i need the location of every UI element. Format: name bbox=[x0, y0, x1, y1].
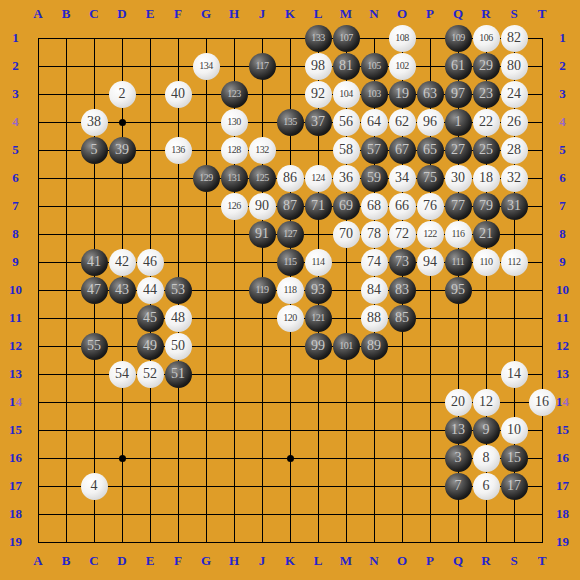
stone-white-44-E10: 44 bbox=[137, 277, 164, 304]
stone-black-73-O9: 73 bbox=[389, 249, 416, 276]
stone-black-45-E11: 45 bbox=[137, 305, 164, 332]
col-label-top-D: D bbox=[108, 2, 136, 26]
stone-white-94-P9: 94 bbox=[417, 249, 444, 276]
stone-black-125-J6: 125 bbox=[249, 165, 276, 192]
col-label-top-F: F bbox=[164, 2, 192, 26]
stone-black-109-Q1: 109 bbox=[445, 25, 472, 52]
stone-white-28-S5: 28 bbox=[501, 137, 528, 164]
stone-black-85-O11: 85 bbox=[389, 305, 416, 332]
col-label-top-J: J bbox=[248, 2, 276, 26]
stone-white-118-K10: 118 bbox=[277, 277, 304, 304]
stone-white-84-N10: 84 bbox=[361, 277, 388, 304]
stone-black-119-J10: 119 bbox=[249, 277, 276, 304]
stone-black-39-D5: 39 bbox=[109, 137, 136, 164]
stone-white-24-S3: 24 bbox=[501, 81, 528, 108]
stone-white-64-N4: 64 bbox=[361, 109, 388, 136]
stone-black-117-J2: 117 bbox=[249, 53, 276, 80]
col-label-top-Q: Q bbox=[444, 2, 472, 26]
stone-black-43-D10: 43 bbox=[109, 277, 136, 304]
stone-black-31-S7: 31 bbox=[501, 193, 528, 220]
stone-black-133-L1: 133 bbox=[305, 25, 332, 52]
stone-white-122-P8: 122 bbox=[417, 221, 444, 248]
stone-white-2-D3: 2 bbox=[109, 81, 136, 108]
col-label-top-S: S bbox=[500, 2, 528, 26]
col-label-top-E: E bbox=[136, 2, 164, 26]
stone-white-6-R17: 6 bbox=[473, 473, 500, 500]
stone-white-40-F3: 40 bbox=[165, 81, 192, 108]
stone-white-34-O6: 34 bbox=[389, 165, 416, 192]
stone-black-7-Q17: 7 bbox=[445, 473, 472, 500]
stone-white-114-L9: 114 bbox=[305, 249, 332, 276]
stone-white-132-J5: 132 bbox=[249, 137, 276, 164]
stone-white-72-O8: 72 bbox=[389, 221, 416, 248]
col-label-top-N: N bbox=[360, 2, 388, 26]
stone-black-37-L4: 37 bbox=[305, 109, 332, 136]
stone-white-88-N11: 88 bbox=[361, 305, 388, 332]
stone-white-4-C17: 4 bbox=[81, 473, 108, 500]
stone-white-50-F12: 50 bbox=[165, 333, 192, 360]
stone-black-9-R15: 9 bbox=[473, 417, 500, 444]
stone-white-82-S1: 82 bbox=[501, 25, 528, 52]
stone-black-47-C10: 47 bbox=[81, 277, 108, 304]
stone-black-75-P6: 75 bbox=[417, 165, 444, 192]
stone-white-98-L2: 98 bbox=[305, 53, 332, 80]
stone-white-70-M8: 70 bbox=[333, 221, 360, 248]
stone-black-67-O5: 67 bbox=[389, 137, 416, 164]
stone-black-131-H6: 131 bbox=[221, 165, 248, 192]
stone-white-116-Q8: 116 bbox=[445, 221, 472, 248]
stone-black-55-C12: 55 bbox=[81, 333, 108, 360]
stone-black-25-R5: 25 bbox=[473, 137, 500, 164]
stone-black-121-L11: 121 bbox=[305, 305, 332, 332]
stone-black-123-H3: 123 bbox=[221, 81, 248, 108]
stone-black-29-R2: 29 bbox=[473, 53, 500, 80]
stone-white-74-N9: 74 bbox=[361, 249, 388, 276]
stone-white-30-Q6: 30 bbox=[445, 165, 472, 192]
stone-black-21-R8: 21 bbox=[473, 221, 500, 248]
stone-black-23-R3: 23 bbox=[473, 81, 500, 108]
stone-black-61-Q2: 61 bbox=[445, 53, 472, 80]
star-point-K16 bbox=[287, 455, 294, 462]
stone-white-134-G2: 134 bbox=[193, 53, 220, 80]
stone-white-56-M4: 56 bbox=[333, 109, 360, 136]
stone-black-69-M7: 69 bbox=[333, 193, 360, 220]
stone-white-130-H4: 130 bbox=[221, 109, 248, 136]
stone-white-86-K6: 86 bbox=[277, 165, 304, 192]
stone-white-54-D13: 54 bbox=[109, 361, 136, 388]
stone-black-87-K7: 87 bbox=[277, 193, 304, 220]
stone-white-62-O4: 62 bbox=[389, 109, 416, 136]
stone-black-65-P5: 65 bbox=[417, 137, 444, 164]
stone-white-68-N7: 68 bbox=[361, 193, 388, 220]
stone-white-102-O2: 102 bbox=[389, 53, 416, 80]
stone-white-58-M5: 58 bbox=[333, 137, 360, 164]
stone-black-97-Q3: 97 bbox=[445, 81, 472, 108]
stone-white-38-C4: 38 bbox=[81, 109, 108, 136]
stone-black-93-L10: 93 bbox=[305, 277, 332, 304]
stone-white-124-L6: 124 bbox=[305, 165, 332, 192]
stone-black-129-G6: 129 bbox=[193, 165, 220, 192]
stone-white-46-E9: 46 bbox=[137, 249, 164, 276]
stone-black-53-F10: 53 bbox=[165, 277, 192, 304]
stone-white-110-R9: 110 bbox=[473, 249, 500, 276]
stone-black-15-S16: 15 bbox=[501, 445, 528, 472]
stone-white-18-R6: 18 bbox=[473, 165, 500, 192]
stone-white-80-S2: 80 bbox=[501, 53, 528, 80]
stone-white-126-H7: 126 bbox=[221, 193, 248, 220]
stone-white-92-L3: 92 bbox=[305, 81, 332, 108]
col-label-top-A: A bbox=[24, 2, 52, 26]
stone-black-63-P3: 63 bbox=[417, 81, 444, 108]
stone-white-108-O1: 108 bbox=[389, 25, 416, 52]
stone-white-112-S9: 112 bbox=[501, 249, 528, 276]
stone-white-42-D9: 42 bbox=[109, 249, 136, 276]
top-column-labels: ABCDEFGHJKLMNOPQRST bbox=[24, 2, 556, 26]
stone-black-57-N5: 57 bbox=[361, 137, 388, 164]
stone-white-16-T14: 16 bbox=[529, 389, 556, 416]
stone-black-19-O3: 19 bbox=[389, 81, 416, 108]
stone-white-14-S13: 14 bbox=[501, 361, 528, 388]
stone-white-96-P4: 96 bbox=[417, 109, 444, 136]
col-label-top-H: H bbox=[220, 2, 248, 26]
go-kifu-screenshot: ABCDEFGHJKLMNOPQRST ABCDEFGHJKLMNOPQRST … bbox=[0, 0, 580, 580]
stone-black-99-L12: 99 bbox=[305, 333, 332, 360]
stone-white-76-P7: 76 bbox=[417, 193, 444, 220]
stone-black-89-N12: 89 bbox=[361, 333, 388, 360]
stone-white-36-M6: 36 bbox=[333, 165, 360, 192]
col-label-top-M: M bbox=[332, 2, 360, 26]
col-label-top-G: G bbox=[192, 2, 220, 26]
stone-black-51-F13: 51 bbox=[165, 361, 192, 388]
stone-white-90-J7: 90 bbox=[249, 193, 276, 220]
stone-black-111-Q9: 111 bbox=[445, 249, 472, 276]
col-label-top-L: L bbox=[304, 2, 332, 26]
stone-black-127-K8: 127 bbox=[277, 221, 304, 248]
stone-black-1-Q4: 1 bbox=[445, 109, 472, 136]
stone-white-10-S15: 10 bbox=[501, 417, 528, 444]
col-label-top-B: B bbox=[52, 2, 80, 26]
stone-black-17-S17: 17 bbox=[501, 473, 528, 500]
col-label-top-C: C bbox=[80, 2, 108, 26]
stone-black-77-Q7: 77 bbox=[445, 193, 472, 220]
stone-white-136-F5: 136 bbox=[165, 137, 192, 164]
go-board[interactable]: 1234567891012131415161718192021222324252… bbox=[24, 24, 556, 556]
stone-white-26-S4: 26 bbox=[501, 109, 528, 136]
stone-white-52-E13: 52 bbox=[137, 361, 164, 388]
stone-white-20-Q14: 20 bbox=[445, 389, 472, 416]
stone-black-49-E12: 49 bbox=[137, 333, 164, 360]
stone-white-120-K11: 120 bbox=[277, 305, 304, 332]
stone-white-48-F11: 48 bbox=[165, 305, 192, 332]
stone-black-41-C9: 41 bbox=[81, 249, 108, 276]
stone-white-106-R1: 106 bbox=[473, 25, 500, 52]
stone-black-5-C5: 5 bbox=[81, 137, 108, 164]
stone-black-79-R7: 79 bbox=[473, 193, 500, 220]
stone-black-3-Q16: 3 bbox=[445, 445, 472, 472]
stone-white-22-R4: 22 bbox=[473, 109, 500, 136]
col-label-top-P: P bbox=[416, 2, 444, 26]
stone-black-107-M1: 107 bbox=[333, 25, 360, 52]
stone-white-128-H5: 128 bbox=[221, 137, 248, 164]
stone-black-13-Q15: 13 bbox=[445, 417, 472, 444]
col-label-top-K: K bbox=[276, 2, 304, 26]
stone-black-59-N6: 59 bbox=[361, 165, 388, 192]
stone-black-135-K4: 135 bbox=[277, 109, 304, 136]
stone-black-81-M2: 81 bbox=[333, 53, 360, 80]
col-label-top-R: R bbox=[472, 2, 500, 26]
stone-white-12-R14: 12 bbox=[473, 389, 500, 416]
col-label-top-T: T bbox=[528, 2, 556, 26]
col-label-top-O: O bbox=[388, 2, 416, 26]
stone-black-95-Q10: 95 bbox=[445, 277, 472, 304]
stone-black-71-L7: 71 bbox=[305, 193, 332, 220]
stone-black-103-N3: 103 bbox=[361, 81, 388, 108]
star-point-D16 bbox=[119, 455, 126, 462]
stone-white-32-S6: 32 bbox=[501, 165, 528, 192]
star-point-D4 bbox=[119, 119, 126, 126]
stone-black-101-M12: 101 bbox=[333, 333, 360, 360]
stone-black-83-O10: 83 bbox=[389, 277, 416, 304]
stone-black-115-K9: 115 bbox=[277, 249, 304, 276]
stone-black-27-Q5: 27 bbox=[445, 137, 472, 164]
stone-white-104-M3: 104 bbox=[333, 81, 360, 108]
stone-white-78-N8: 78 bbox=[361, 221, 388, 248]
stone-black-105-N2: 105 bbox=[361, 53, 388, 80]
stone-white-8-R16: 8 bbox=[473, 445, 500, 472]
stone-white-66-O7: 66 bbox=[389, 193, 416, 220]
stone-black-91-J8: 91 bbox=[249, 221, 276, 248]
